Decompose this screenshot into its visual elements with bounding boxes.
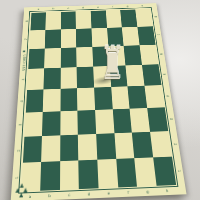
square-c7: [60, 29, 76, 48]
photo-scene: abcdefgh abcdefgh 87654321 87654321 ✹ US…: [0, 0, 200, 200]
square-a7: [29, 30, 45, 49]
square-b3: [42, 111, 60, 136]
square-a4: [25, 89, 43, 112]
square-d6: [76, 47, 93, 67]
square-f3: [112, 109, 132, 134]
square-f8: [105, 10, 121, 28]
square-a2: [22, 136, 42, 163]
pawns-diamond-logo: ♟♟♟♟: [13, 184, 29, 199]
square-b5: [43, 68, 60, 90]
square-a6: [27, 48, 44, 68]
square-e3: [95, 109, 114, 134]
square-e4: [94, 87, 112, 110]
coord-label: d: [79, 191, 99, 198]
square-c4: [60, 88, 77, 111]
coord-label: e: [98, 190, 118, 197]
square-d3: [77, 110, 95, 135]
square-g5: [125, 65, 144, 87]
star-logo-icon: ✹: [21, 49, 26, 53]
square-g3: [129, 108, 149, 133]
pawn-icon: ♟: [14, 188, 20, 194]
square-b1: [40, 162, 60, 191]
square-d8: [75, 11, 91, 29]
chess-board: abcdefgh abcdefgh 87654321 87654321 ✹ US…: [10, 3, 186, 200]
board-grid: [20, 9, 175, 191]
square-e8: [90, 10, 106, 28]
square-e1: [97, 159, 118, 188]
square-c1: [59, 161, 78, 190]
square-g7: [122, 27, 139, 46]
square-b8: [45, 12, 60, 30]
square-c3: [60, 111, 78, 136]
square-b6: [44, 48, 60, 68]
square-c8: [60, 11, 75, 29]
square-h1: [153, 157, 176, 185]
coord-label: f: [118, 190, 138, 197]
square-h8: [135, 9, 152, 27]
square-h6: [139, 45, 158, 65]
square-a8: [30, 12, 46, 30]
square-e2: [96, 133, 116, 160]
square-h5: [141, 64, 160, 86]
square-h2: [149, 131, 171, 157]
square-b7: [44, 29, 60, 48]
square-g6: [123, 45, 141, 65]
square-b4: [42, 89, 60, 112]
square-a3: [23, 112, 42, 137]
coord-label: h: [157, 188, 177, 195]
square-d1: [78, 160, 98, 189]
white-rook: ♜: [100, 40, 117, 86]
coord-label: b: [39, 193, 59, 200]
square-f2: [114, 133, 134, 160]
coord-label: g: [137, 189, 157, 196]
square-g8: [120, 9, 137, 27]
square-h4: [144, 85, 164, 108]
square-h3: [147, 107, 168, 132]
square-c5: [60, 67, 77, 89]
square-c2: [59, 135, 78, 162]
square-a5: [26, 68, 44, 90]
square-c6: [60, 47, 76, 67]
square-g4: [127, 86, 146, 109]
square-d4: [77, 88, 95, 111]
coord-label: c: [59, 192, 79, 199]
square-d7: [76, 28, 92, 47]
square-b2: [41, 136, 60, 163]
square-f1: [115, 158, 136, 187]
square-h7: [137, 26, 155, 45]
square-g2: [132, 132, 153, 158]
square-d2: [78, 134, 97, 161]
board-frame: [18, 7, 178, 193]
